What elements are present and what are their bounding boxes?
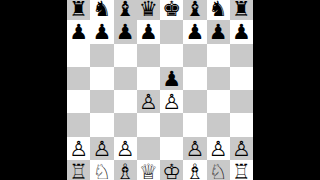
square-a7[interactable]: ♟	[67, 20, 90, 43]
piece-black-rook: ♜	[69, 0, 88, 20]
square-e1[interactable]: ♔	[160, 160, 183, 180]
piece-black-knight: ♞	[92, 0, 111, 20]
square-d6[interactable]	[137, 44, 160, 67]
square-f7[interactable]: ♟	[183, 20, 206, 43]
piece-white-pawn: ♙	[116, 138, 135, 159]
square-a2[interactable]: ♙	[67, 137, 90, 160]
square-b7[interactable]: ♟	[90, 20, 113, 43]
square-g1[interactable]: ♘	[207, 160, 230, 180]
piece-white-queen: ♕	[139, 161, 158, 180]
piece-white-pawn: ♙	[162, 92, 181, 113]
square-c4[interactable]	[114, 90, 137, 113]
square-f6[interactable]	[183, 44, 206, 67]
square-d4[interactable]: ♙	[137, 90, 160, 113]
piece-black-king: ♚	[162, 0, 181, 20]
square-h5[interactable]	[230, 67, 253, 90]
square-b6[interactable]	[90, 44, 113, 67]
piece-black-pawn: ♟	[209, 22, 228, 43]
square-e3[interactable]	[160, 113, 183, 136]
chess-board: ♜♞♝♛♚♝♞♜♟♟♟♟♟♟♟♟♙♙♙♙♙♙♙♙♖♘♗♕♔♗♘♖	[67, 0, 253, 180]
square-b1[interactable]: ♘	[90, 160, 113, 180]
square-a6[interactable]	[67, 44, 90, 67]
square-f4[interactable]	[183, 90, 206, 113]
piece-white-rook: ♖	[232, 161, 251, 180]
square-b4[interactable]	[90, 90, 113, 113]
square-g4[interactable]	[207, 90, 230, 113]
square-b5[interactable]	[90, 67, 113, 90]
square-a3[interactable]	[67, 113, 90, 136]
piece-black-bishop: ♝	[116, 0, 135, 20]
piece-black-pawn: ♟	[116, 22, 135, 43]
piece-black-pawn: ♟	[185, 22, 204, 43]
piece-white-king: ♔	[162, 161, 181, 180]
letterbox-right	[253, 0, 320, 180]
piece-white-pawn: ♙	[232, 138, 251, 159]
square-a5[interactable]	[67, 67, 90, 90]
square-f2[interactable]: ♙	[183, 137, 206, 160]
square-g6[interactable]	[207, 44, 230, 67]
piece-black-pawn: ♟	[69, 22, 88, 43]
square-h6[interactable]	[230, 44, 253, 67]
piece-white-bishop: ♗	[116, 161, 135, 180]
piece-black-pawn: ♟	[162, 68, 181, 89]
square-g3[interactable]	[207, 113, 230, 136]
piece-white-pawn: ♙	[185, 138, 204, 159]
square-h1[interactable]: ♖	[230, 160, 253, 180]
square-f3[interactable]	[183, 113, 206, 136]
piece-white-knight: ♘	[92, 161, 111, 180]
square-e4[interactable]: ♙	[160, 90, 183, 113]
square-d2[interactable]	[137, 137, 160, 160]
square-d8[interactable]: ♛	[137, 0, 160, 20]
square-h3[interactable]	[230, 113, 253, 136]
square-e8[interactable]: ♚	[160, 0, 183, 20]
piece-black-bishop: ♝	[185, 0, 204, 20]
square-d5[interactable]	[137, 67, 160, 90]
square-h8[interactable]: ♜	[230, 0, 253, 20]
square-d3[interactable]	[137, 113, 160, 136]
square-g5[interactable]	[207, 67, 230, 90]
square-e6[interactable]	[160, 44, 183, 67]
piece-white-pawn: ♙	[209, 138, 228, 159]
screenshot-frame: ♜♞♝♛♚♝♞♜♟♟♟♟♟♟♟♟♙♙♙♙♙♙♙♙♖♘♗♕♔♗♘♖	[0, 0, 320, 180]
square-b2[interactable]: ♙	[90, 137, 113, 160]
square-a8[interactable]: ♜	[67, 0, 90, 20]
square-f1[interactable]: ♗	[183, 160, 206, 180]
square-c6[interactable]	[114, 44, 137, 67]
square-d7[interactable]: ♟	[137, 20, 160, 43]
square-c7[interactable]: ♟	[114, 20, 137, 43]
piece-black-rook: ♜	[232, 0, 251, 20]
piece-white-knight: ♘	[209, 161, 228, 180]
piece-black-pawn: ♟	[139, 22, 158, 43]
piece-white-pawn: ♙	[92, 138, 111, 159]
square-c8[interactable]: ♝	[114, 0, 137, 20]
square-c3[interactable]	[114, 113, 137, 136]
piece-black-queen: ♛	[139, 0, 158, 20]
piece-black-knight: ♞	[209, 0, 228, 20]
piece-black-pawn: ♟	[232, 22, 251, 43]
square-g2[interactable]: ♙	[207, 137, 230, 160]
square-c1[interactable]: ♗	[114, 160, 137, 180]
square-a4[interactable]	[67, 90, 90, 113]
square-e5[interactable]: ♟	[160, 67, 183, 90]
square-e2[interactable]	[160, 137, 183, 160]
square-f8[interactable]: ♝	[183, 0, 206, 20]
square-a1[interactable]: ♖	[67, 160, 90, 180]
square-h2[interactable]: ♙	[230, 137, 253, 160]
letterbox-left	[0, 0, 67, 180]
square-g8[interactable]: ♞	[207, 0, 230, 20]
piece-white-pawn: ♙	[139, 92, 158, 113]
piece-white-pawn: ♙	[69, 138, 88, 159]
square-h7[interactable]: ♟	[230, 20, 253, 43]
square-e7[interactable]	[160, 20, 183, 43]
square-c5[interactable]	[114, 67, 137, 90]
square-h4[interactable]	[230, 90, 253, 113]
square-b8[interactable]: ♞	[90, 0, 113, 20]
piece-white-bishop: ♗	[185, 161, 204, 180]
square-f5[interactable]	[183, 67, 206, 90]
piece-black-pawn: ♟	[92, 22, 111, 43]
piece-white-rook: ♖	[69, 161, 88, 180]
square-b3[interactable]	[90, 113, 113, 136]
square-g7[interactable]: ♟	[207, 20, 230, 43]
square-d1[interactable]: ♕	[137, 160, 160, 180]
square-c2[interactable]: ♙	[114, 137, 137, 160]
